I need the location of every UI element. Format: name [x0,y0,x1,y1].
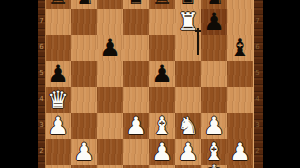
rank-label-4-left: 4 [38,96,45,103]
square-g7[interactable]: ♟ [201,9,227,35]
square-f1[interactable] [175,165,201,168]
piece-black-pawn-a5[interactable]: ♟ [45,61,71,87]
rank-label-3-right: 3 [254,122,261,129]
square-c4[interactable] [97,87,123,113]
board-frame-right: 87654321 [253,0,263,168]
piece-black-bishop-h6[interactable]: ♝ [227,35,253,61]
square-b2[interactable]: ♟ [71,139,97,165]
square-f5[interactable] [175,61,201,87]
square-h1[interactable] [227,165,253,168]
square-e7[interactable] [149,9,175,35]
square-c1[interactable] [97,165,123,168]
square-b7[interactable] [71,9,97,35]
square-b1[interactable] [71,165,97,168]
rank-label-6-left: 6 [38,44,45,51]
square-c8[interactable] [97,0,123,9]
square-e6[interactable] [149,35,175,61]
piece-black-rook-e8[interactable]: ♜ [149,0,175,9]
square-b3[interactable] [71,113,97,139]
square-h8[interactable] [227,0,253,9]
square-d8[interactable]: ♛ [123,0,149,9]
piece-white-pawn-b2[interactable]: ♟ [71,139,97,165]
piece-black-pawn-g7[interactable]: ♟ [201,9,227,35]
square-e1[interactable] [149,165,175,168]
square-a5[interactable]: ♟ [45,61,71,87]
board-frame-left: 87654321 [38,0,46,168]
square-c5[interactable] [97,61,123,87]
chess-screenshot: ♜♞♛♜♚♞♜♟♟♝♟♟♛♟♟♝♞♟♟♟♟♝♟♚ 87654321 876543… [0,0,300,168]
square-g3[interactable]: ♟ [201,113,227,139]
rank-label-2-left: 2 [38,148,45,155]
square-h3[interactable] [227,113,253,139]
square-a6[interactable] [45,35,71,61]
square-g5[interactable] [201,61,227,87]
square-f3[interactable]: ♞ [175,113,201,139]
square-e8[interactable]: ♜ [149,0,175,9]
square-c3[interactable] [97,113,123,139]
square-g4[interactable] [201,87,227,113]
piece-white-pawn-d3[interactable]: ♟ [123,113,149,139]
rank-label-2-right: 2 [254,148,261,155]
square-c6[interactable]: ♟ [97,35,123,61]
square-f2[interactable]: ♟ [175,139,201,165]
square-d7[interactable] [123,9,149,35]
square-d6[interactable] [123,35,149,61]
square-h6[interactable]: ♝ [227,35,253,61]
square-c2[interactable] [97,139,123,165]
square-g1[interactable]: ♚ [201,165,227,168]
square-b8[interactable]: ♞ [71,0,97,9]
piece-white-bishop-e3[interactable]: ♝ [149,113,175,139]
square-d5[interactable] [123,61,149,87]
rank-label-7-right: 7 [254,18,261,25]
piece-black-rook-a8[interactable]: ♜ [45,0,71,9]
square-h2[interactable]: ♟ [227,139,253,165]
square-e4[interactable] [149,87,175,113]
square-d2[interactable] [123,139,149,165]
piece-black-knight-b8[interactable]: ♞ [71,0,97,9]
square-a4[interactable]: ♛ [45,87,71,113]
bishop-spire-cross-decoration [195,30,201,32]
piece-white-pawn-a3[interactable]: ♟ [45,113,71,139]
square-h4[interactable] [227,87,253,113]
square-h5[interactable] [227,61,253,87]
bishop-spire-decoration [197,28,199,55]
piece-white-king-g1[interactable]: ♚ [201,161,227,168]
square-b5[interactable] [71,61,97,87]
square-e5[interactable]: ♟ [149,61,175,87]
square-a1[interactable] [45,165,71,168]
square-d4[interactable] [123,87,149,113]
square-a3[interactable]: ♟ [45,113,71,139]
square-e3[interactable]: ♝ [149,113,175,139]
chess-board: ♜♞♛♜♚♞♜♟♟♝♟♟♛♟♟♝♞♟♟♟♟♝♟♚ [45,0,253,168]
piece-white-knight-f3[interactable]: ♞ [175,113,201,139]
square-d1[interactable] [123,165,149,168]
rank-label-4-right: 4 [254,96,261,103]
rank-label-5-right: 5 [254,70,261,77]
rank-label-5-left: 5 [38,70,45,77]
square-g6[interactable] [201,35,227,61]
square-b6[interactable] [71,35,97,61]
square-a7[interactable] [45,9,71,35]
piece-white-pawn-e2[interactable]: ♟ [149,139,175,165]
square-a8[interactable]: ♜ [45,0,71,9]
square-a2[interactable] [45,139,71,165]
square-c7[interactable] [97,9,123,35]
rank-label-7-left: 7 [38,18,45,25]
piece-black-queen-d8[interactable]: ♛ [123,0,149,9]
square-b4[interactable] [71,87,97,113]
square-h7[interactable] [227,9,253,35]
rank-label-3-left: 3 [38,122,45,129]
piece-white-pawn-h2[interactable]: ♟ [227,139,253,165]
piece-black-pawn-e5[interactable]: ♟ [149,61,175,87]
piece-white-pawn-g3[interactable]: ♟ [201,113,227,139]
piece-black-pawn-c6[interactable]: ♟ [97,35,123,61]
square-e2[interactable]: ♟ [149,139,175,165]
piece-white-queen-a4[interactable]: ♛ [45,87,71,113]
square-d3[interactable]: ♟ [123,113,149,139]
square-f4[interactable] [175,87,201,113]
piece-white-pawn-f2[interactable]: ♟ [175,139,201,165]
rank-label-6-right: 6 [254,44,261,51]
